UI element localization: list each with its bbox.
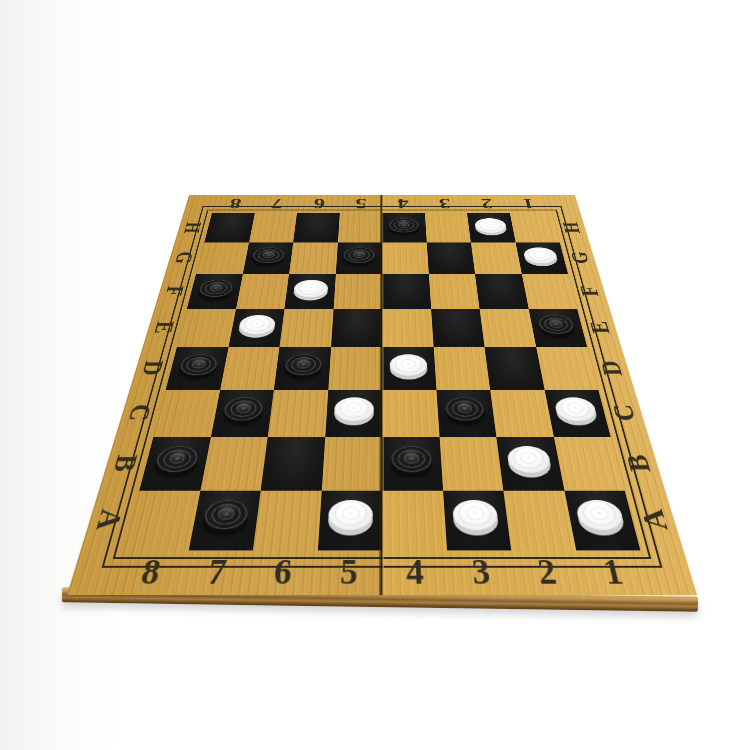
square-B2[interactable] [496,437,564,490]
square-C6[interactable] [268,390,328,437]
square-D2[interactable] [485,347,545,390]
square-F3[interactable] [428,274,479,309]
file-label-bottom-3: 3 [460,552,503,592]
black-checker-C3[interactable] [444,398,486,422]
rank-label-right-F: F [573,281,607,302]
rank-label-right-H: H [556,219,587,236]
file-label-bottom-1: 1 [589,552,637,592]
square-G4[interactable] [382,242,428,274]
rank-label-right-B: B [617,447,661,479]
file-label-bottom-8: 8 [127,552,175,592]
square-D3[interactable] [433,347,490,390]
square-E6[interactable] [279,309,333,347]
square-F6[interactable] [284,274,335,309]
square-E7[interactable] [228,309,284,347]
square-C4[interactable] [382,390,439,437]
rank-label-right-A: A [631,502,678,538]
rank-label-left-A: A [85,502,132,538]
square-G3[interactable] [426,242,475,274]
black-checker-H4[interactable] [388,218,419,233]
white-checker-D4[interactable] [389,354,427,375]
square-A5[interactable] [317,490,382,550]
square-C3[interactable] [436,390,496,437]
file-label-top-1: 1 [515,196,543,212]
square-F5[interactable] [333,274,382,309]
square-C8[interactable] [153,390,219,437]
black-checker-C7[interactable] [222,398,265,422]
square-B7[interactable] [200,437,268,490]
square-A1[interactable] [564,490,640,550]
white-checker-C5[interactable] [334,398,374,422]
white-checker-E7[interactable] [238,315,277,334]
square-B1[interactable] [554,437,625,490]
square-G8[interactable] [196,242,249,274]
square-B8[interactable] [139,437,210,490]
black-checker-F8[interactable] [197,280,235,297]
rank-label-left-F: F [157,281,191,302]
file-label-bottom-4: 4 [395,552,435,592]
square-F7[interactable] [236,274,289,309]
square-E1[interactable] [528,309,587,347]
square-C2[interactable] [490,390,553,437]
square-F8[interactable] [187,274,243,309]
photo-background: 8765432187654321HGFEDCBAHGFEDCBA [0,0,750,750]
rank-label-right-D: D [592,355,630,380]
square-H4[interactable] [382,213,426,242]
rank-label-left-D: D [133,355,171,380]
square-A3[interactable] [443,490,512,550]
square-D1[interactable] [536,347,598,390]
file-label-top-3: 3 [432,196,458,212]
square-D8[interactable] [166,347,228,390]
square-G6[interactable] [289,242,338,274]
square-D5[interactable] [328,347,382,390]
file-label-bottom-6: 6 [261,552,304,592]
square-E8[interactable] [177,309,236,347]
square-A7[interactable] [188,490,260,550]
rank-label-left-B: B [103,447,147,479]
square-H7[interactable] [249,213,297,242]
file-label-bottom-2: 2 [525,552,571,592]
file-label-top-7: 7 [263,196,290,212]
square-H2[interactable] [467,213,515,242]
file-label-top-8: 8 [221,196,249,212]
file-label-bottom-7: 7 [194,552,240,592]
rank-label-right-E: E [582,316,618,339]
rank-label-left-H: H [177,219,208,236]
square-E5[interactable] [331,309,382,347]
square-B5[interactable] [321,437,382,490]
file-label-top-4: 4 [390,196,415,212]
white-checker-F6[interactable] [293,280,328,297]
file-label-top-6: 6 [306,196,332,212]
white-checker-A1[interactable] [575,500,626,530]
checkers-board: 8765432187654321HGFEDCBAHGFEDCBA [67,195,697,595]
square-C7[interactable] [210,390,273,437]
square-A8[interactable] [124,490,200,550]
square-H8[interactable] [204,213,254,242]
white-checker-A3[interactable] [452,500,499,530]
black-checker-A7[interactable] [201,500,250,530]
square-D4[interactable] [382,347,436,390]
rank-label-left-G: G [168,248,200,267]
square-H5[interactable] [338,213,382,242]
square-E3[interactable] [431,309,485,347]
black-checker-B4[interactable] [390,446,433,473]
black-checker-G7[interactable] [251,248,286,264]
square-E4[interactable] [382,309,433,347]
square-H3[interactable] [425,213,471,242]
white-checker-H2[interactable] [474,218,507,233]
square-C5[interactable] [325,390,382,437]
square-H6[interactable] [293,213,339,242]
black-checker-B8[interactable] [153,446,201,473]
square-G5[interactable] [336,242,382,274]
rank-label-left-E: E [146,316,182,339]
square-G2[interactable] [471,242,522,274]
white-checker-G1[interactable] [523,248,559,264]
black-checker-D8[interactable] [177,354,219,375]
black-checker-D6[interactable] [283,354,322,375]
white-checker-C1[interactable] [554,398,599,422]
square-F4[interactable] [382,274,431,309]
square-B4[interactable] [382,437,443,490]
square-B6[interactable] [261,437,325,490]
square-E2[interactable] [480,309,536,347]
file-label-bottom-5: 5 [328,552,368,592]
file-label-top-5: 5 [348,196,373,212]
square-G7[interactable] [243,242,294,274]
square-G1[interactable] [515,242,568,274]
square-D6[interactable] [274,347,331,390]
square-A4[interactable] [382,490,447,550]
rank-label-right-G: G [564,248,596,267]
square-H1[interactable] [510,213,560,242]
square-A6[interactable] [253,490,322,550]
fold-seam [379,195,384,595]
square-B3[interactable] [439,437,503,490]
rank-label-left-C: C [119,399,160,427]
white-checker-B2[interactable] [506,446,552,473]
file-label-top-2: 2 [473,196,500,212]
black-checker-G5[interactable] [343,248,376,264]
square-D7[interactable] [220,347,280,390]
square-F1[interactable] [521,274,577,309]
square-F2[interactable] [475,274,528,309]
black-checker-E1[interactable] [537,315,577,334]
square-C1[interactable] [544,390,610,437]
rank-label-right-C: C [604,399,645,427]
white-checker-A5[interactable] [328,500,373,530]
